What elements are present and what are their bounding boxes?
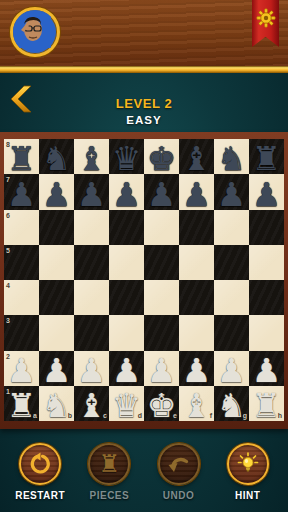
square-f2[interactable]: ♟ [179, 351, 214, 386]
black-rook[interactable]: ♜ [249, 140, 284, 177]
square-d8[interactable]: ♛ [109, 139, 144, 174]
white-pawn[interactable]: ♟ [179, 352, 214, 389]
square-e1[interactable]: e♚ [144, 386, 179, 421]
white-knight[interactable]: ♞ [214, 387, 249, 424]
square-f3[interactable] [179, 315, 214, 350]
pieces-label: PIECES [80, 490, 138, 501]
square-h2[interactable]: ♟ [249, 351, 284, 386]
square-g4[interactable] [214, 280, 249, 315]
chess-board[interactable]: 8♜♞♝♛♚♝♞♜7♟♟♟♟♟♟♟♟65432♟♟♟♟♟♟♟♟1a♜b♞c♝d♛… [4, 139, 284, 421]
square-b1[interactable]: b♞ [39, 386, 74, 421]
square-a2[interactable]: 2♟ [4, 351, 39, 386]
pieces-button[interactable]: ♜ PIECES [80, 443, 138, 501]
square-b7[interactable]: ♟ [39, 174, 74, 209]
square-d3[interactable] [109, 315, 144, 350]
black-pawn[interactable]: ♟ [109, 176, 144, 213]
white-pawn[interactable]: ♟ [214, 352, 249, 389]
black-knight[interactable]: ♞ [214, 140, 249, 177]
square-e8[interactable]: ♚ [144, 139, 179, 174]
black-king[interactable]: ♚ [144, 140, 179, 177]
undo-button[interactable]: UNDO [150, 443, 208, 501]
square-a8[interactable]: 8♜ [4, 139, 39, 174]
square-g1[interactable]: g♞ [214, 386, 249, 421]
square-f8[interactable]: ♝ [179, 139, 214, 174]
hint-label: HINT [219, 490, 277, 501]
square-h4[interactable] [249, 280, 284, 315]
black-pawn[interactable]: ♟ [144, 176, 179, 213]
square-c1[interactable]: c♝ [74, 386, 109, 421]
square-b8[interactable]: ♞ [39, 139, 74, 174]
chess-app-screen: LEVEL 2 EASY 8♜♞♝♛♚♝♞♜7♟♟♟♟♟♟♟♟65432♟♟♟♟… [0, 0, 288, 512]
settings-button[interactable] [252, 0, 279, 47]
undo-arrow-icon [167, 452, 191, 476]
square-d7[interactable]: ♟ [109, 174, 144, 209]
restart-button[interactable]: RESTART [11, 443, 69, 501]
rook-icon: ♜ [99, 452, 121, 476]
black-queen[interactable]: ♛ [109, 140, 144, 177]
square-f6[interactable] [179, 210, 214, 245]
white-pawn[interactable]: ♟ [4, 352, 39, 389]
square-b4[interactable] [39, 280, 74, 315]
square-h5[interactable] [249, 245, 284, 280]
square-d2[interactable]: ♟ [109, 351, 144, 386]
rank-label-3: 3 [6, 317, 10, 324]
square-e5[interactable] [144, 245, 179, 280]
white-rook[interactable]: ♜ [249, 387, 284, 424]
black-pawn[interactable]: ♟ [74, 176, 109, 213]
square-b6[interactable] [39, 210, 74, 245]
black-knight[interactable]: ♞ [39, 140, 74, 177]
square-a7[interactable]: 7♟ [4, 174, 39, 209]
square-h1[interactable]: h♜ [249, 386, 284, 421]
square-c7[interactable]: ♟ [74, 174, 109, 209]
white-pawn[interactable]: ♟ [74, 352, 109, 389]
square-h7[interactable]: ♟ [249, 174, 284, 209]
square-e2[interactable]: ♟ [144, 351, 179, 386]
black-pawn[interactable]: ♟ [214, 176, 249, 213]
lightbulb-icon [236, 452, 260, 476]
hint-button[interactable]: HINT [219, 443, 277, 501]
white-king[interactable]: ♚ [144, 387, 179, 424]
white-queen[interactable]: ♛ [109, 387, 144, 424]
square-d5[interactable] [109, 245, 144, 280]
square-g7[interactable]: ♟ [214, 174, 249, 209]
white-pawn[interactable]: ♟ [109, 352, 144, 389]
white-bishop[interactable]: ♝ [179, 387, 214, 424]
square-c4[interactable] [74, 280, 109, 315]
black-bishop[interactable]: ♝ [179, 140, 214, 177]
undo-button-circle [158, 443, 200, 485]
black-pawn[interactable]: ♟ [179, 176, 214, 213]
level-title: LEVEL 2 [0, 96, 288, 111]
white-pawn[interactable]: ♟ [249, 352, 284, 389]
square-g3[interactable] [214, 315, 249, 350]
square-g5[interactable] [214, 245, 249, 280]
top-bar [0, 0, 288, 66]
square-c6[interactable] [74, 210, 109, 245]
square-c2[interactable]: ♟ [74, 351, 109, 386]
square-a1[interactable]: 1a♜ [4, 386, 39, 421]
square-b3[interactable] [39, 315, 74, 350]
square-g2[interactable]: ♟ [214, 351, 249, 386]
square-h3[interactable] [249, 315, 284, 350]
square-f7[interactable]: ♟ [179, 174, 214, 209]
bottom-toolbar: RESTART ♜ PIECES UNDO [0, 443, 288, 501]
white-pawn[interactable]: ♟ [39, 352, 74, 389]
square-b2[interactable]: ♟ [39, 351, 74, 386]
hint-button-circle [227, 443, 269, 485]
square-f4[interactable] [179, 280, 214, 315]
rank-label-4: 4 [6, 282, 10, 289]
black-pawn[interactable]: ♟ [39, 176, 74, 213]
black-bishop[interactable]: ♝ [74, 140, 109, 177]
square-f5[interactable] [179, 245, 214, 280]
square-c8[interactable]: ♝ [74, 139, 109, 174]
black-rook[interactable]: ♜ [4, 140, 39, 177]
white-bishop[interactable]: ♝ [74, 387, 109, 424]
pieces-button-circle: ♜ [88, 443, 130, 485]
square-c5[interactable] [74, 245, 109, 280]
avatar-image [13, 10, 51, 48]
square-d4[interactable] [109, 280, 144, 315]
white-pawn[interactable]: ♟ [144, 352, 179, 389]
restart-button-circle [19, 443, 61, 485]
square-h8[interactable]: ♜ [249, 139, 284, 174]
square-f1[interactable]: f♝ [179, 386, 214, 421]
square-a6[interactable]: 6 [4, 210, 39, 245]
white-knight[interactable]: ♞ [39, 387, 74, 424]
square-g6[interactable] [214, 210, 249, 245]
difficulty-label: EASY [0, 114, 288, 126]
restart-icon [28, 452, 52, 476]
square-a3[interactable]: 3 [4, 315, 39, 350]
black-pawn[interactable]: ♟ [4, 176, 39, 213]
square-e4[interactable] [144, 280, 179, 315]
square-g8[interactable]: ♞ [214, 139, 249, 174]
restart-label: RESTART [11, 490, 69, 501]
square-b5[interactable] [39, 245, 74, 280]
white-rook[interactable]: ♜ [4, 387, 39, 424]
rank-label-6: 6 [6, 212, 10, 219]
gear-icon [256, 8, 276, 28]
square-e3[interactable] [144, 315, 179, 350]
undo-label: UNDO [150, 490, 208, 501]
player-avatar[interactable] [10, 7, 60, 57]
square-h6[interactable] [249, 210, 284, 245]
level-header: LEVEL 2 EASY [0, 96, 288, 126]
square-c3[interactable] [74, 315, 109, 350]
board-frame: 8♜♞♝♛♚♝♞♜7♟♟♟♟♟♟♟♟65432♟♟♟♟♟♟♟♟1a♜b♞c♝d♛… [0, 132, 288, 429]
rank-label-5: 5 [6, 247, 10, 254]
square-e7[interactable]: ♟ [144, 174, 179, 209]
gold-divider [0, 66, 288, 73]
square-a4[interactable]: 4 [4, 280, 39, 315]
square-e6[interactable] [144, 210, 179, 245]
square-d6[interactable] [109, 210, 144, 245]
square-a5[interactable]: 5 [4, 245, 39, 280]
black-pawn[interactable]: ♟ [249, 176, 284, 213]
square-d1[interactable]: d♛ [109, 386, 144, 421]
